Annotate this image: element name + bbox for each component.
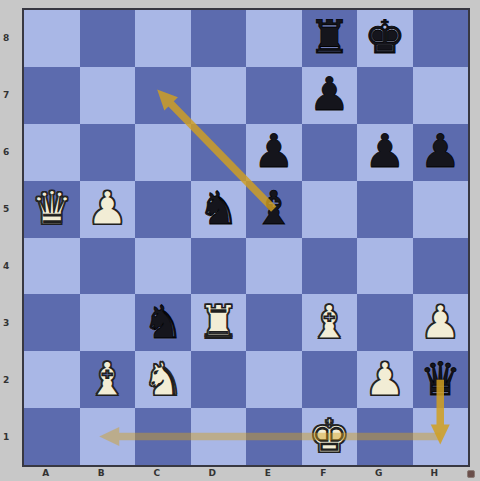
- square-c7[interactable]: [135, 67, 191, 124]
- rank-label-1: 1: [3, 432, 17, 442]
- square-e1[interactable]: [246, 408, 302, 465]
- square-b4[interactable]: [80, 238, 136, 295]
- piece-black-rook[interactable]: ♜: [309, 14, 350, 60]
- square-a8[interactable]: [24, 10, 80, 67]
- rank-label-8: 8: [3, 33, 17, 43]
- square-g7[interactable]: [357, 67, 413, 124]
- square-a2[interactable]: [24, 351, 80, 408]
- square-a7[interactable]: [24, 67, 80, 124]
- square-f2[interactable]: [302, 351, 358, 408]
- square-f4[interactable]: [302, 238, 358, 295]
- square-c3[interactable]: ♞: [135, 294, 191, 351]
- file-label-b: B: [98, 468, 105, 478]
- piece-white-bishop[interactable]: ♝: [309, 299, 350, 345]
- piece-white-rook[interactable]: ♜: [198, 299, 239, 345]
- rank-label-7: 7: [3, 90, 17, 100]
- square-c5[interactable]: [135, 181, 191, 238]
- square-g1[interactable]: [357, 408, 413, 465]
- square-h3[interactable]: ♟: [413, 294, 469, 351]
- piece-white-bishop[interactable]: ♝: [87, 356, 128, 402]
- square-g3[interactable]: [357, 294, 413, 351]
- board-border: ♜♚♟♟♟♟♛♟♞♝♞♜♝♟♝♞♟♛♚: [22, 8, 470, 467]
- piece-black-knight[interactable]: ♞: [142, 299, 183, 345]
- piece-black-pawn[interactable]: ♟: [420, 128, 461, 174]
- square-e6[interactable]: ♟: [246, 124, 302, 181]
- piece-black-knight[interactable]: ♞: [198, 185, 239, 231]
- piece-white-pawn[interactable]: ♟: [87, 185, 128, 231]
- square-d6[interactable]: [191, 124, 247, 181]
- square-d1[interactable]: [191, 408, 247, 465]
- rank-label-3: 3: [3, 318, 17, 328]
- square-b2[interactable]: ♝: [80, 351, 136, 408]
- square-h8[interactable]: [413, 10, 469, 67]
- corner-dot-icon: [467, 470, 475, 478]
- square-d7[interactable]: [191, 67, 247, 124]
- square-g6[interactable]: ♟: [357, 124, 413, 181]
- square-a5[interactable]: ♛: [24, 181, 80, 238]
- square-g2[interactable]: ♟: [357, 351, 413, 408]
- piece-black-pawn[interactable]: ♟: [364, 128, 405, 174]
- square-a4[interactable]: [24, 238, 80, 295]
- square-d3[interactable]: ♜: [191, 294, 247, 351]
- square-e2[interactable]: [246, 351, 302, 408]
- piece-black-pawn[interactable]: ♟: [309, 71, 350, 117]
- square-g4[interactable]: [357, 238, 413, 295]
- square-e5[interactable]: ♝: [246, 181, 302, 238]
- file-label-a: A: [42, 468, 49, 478]
- square-e8[interactable]: [246, 10, 302, 67]
- file-label-h: H: [430, 468, 438, 478]
- piece-black-bishop[interactable]: ♝: [253, 185, 294, 231]
- square-a6[interactable]: [24, 124, 80, 181]
- file-label-d: D: [209, 468, 216, 478]
- square-b5[interactable]: ♟: [80, 181, 136, 238]
- square-f5[interactable]: [302, 181, 358, 238]
- square-e3[interactable]: [246, 294, 302, 351]
- square-d8[interactable]: [191, 10, 247, 67]
- square-h1[interactable]: [413, 408, 469, 465]
- rank-label-2: 2: [3, 375, 17, 385]
- square-e4[interactable]: [246, 238, 302, 295]
- square-h5[interactable]: [413, 181, 469, 238]
- square-c6[interactable]: [135, 124, 191, 181]
- square-f8[interactable]: ♜: [302, 10, 358, 67]
- rank-label-4: 4: [3, 261, 17, 271]
- piece-black-king[interactable]: ♚: [364, 14, 405, 60]
- square-h7[interactable]: [413, 67, 469, 124]
- square-c8[interactable]: [135, 10, 191, 67]
- file-label-e: E: [265, 468, 271, 478]
- piece-white-pawn[interactable]: ♟: [420, 299, 461, 345]
- square-f1[interactable]: ♚: [302, 408, 358, 465]
- board: ♜♚♟♟♟♟♛♟♞♝♞♜♝♟♝♞♟♛♚: [24, 10, 468, 465]
- square-g5[interactable]: [357, 181, 413, 238]
- square-f6[interactable]: [302, 124, 358, 181]
- square-f7[interactable]: ♟: [302, 67, 358, 124]
- piece-white-pawn[interactable]: ♟: [364, 356, 405, 402]
- file-label-g: G: [375, 468, 382, 478]
- square-c4[interactable]: [135, 238, 191, 295]
- rank-label-6: 6: [3, 147, 17, 157]
- square-b6[interactable]: [80, 124, 136, 181]
- square-b8[interactable]: [80, 10, 136, 67]
- square-b1[interactable]: [80, 408, 136, 465]
- square-b3[interactable]: [80, 294, 136, 351]
- file-label-c: C: [153, 468, 160, 478]
- piece-white-queen[interactable]: ♛: [31, 185, 72, 231]
- square-h2[interactable]: ♛: [413, 351, 469, 408]
- piece-white-king[interactable]: ♚: [309, 413, 350, 459]
- square-e7[interactable]: [246, 67, 302, 124]
- square-c2[interactable]: ♞: [135, 351, 191, 408]
- square-g8[interactable]: ♚: [357, 10, 413, 67]
- chess-board-frame: ♜♚♟♟♟♟♛♟♞♝♞♜♝♟♝♞♟♛♚ 87654321 ABCDEFGH: [0, 0, 480, 481]
- piece-black-queen[interactable]: ♛: [420, 356, 461, 402]
- square-f3[interactable]: ♝: [302, 294, 358, 351]
- square-d4[interactable]: [191, 238, 247, 295]
- square-c1[interactable]: [135, 408, 191, 465]
- square-d5[interactable]: ♞: [191, 181, 247, 238]
- file-label-f: F: [320, 468, 326, 478]
- square-h4[interactable]: [413, 238, 469, 295]
- square-b7[interactable]: [80, 67, 136, 124]
- piece-black-pawn[interactable]: ♟: [253, 128, 294, 174]
- square-a3[interactable]: [24, 294, 80, 351]
- square-h6[interactable]: ♟: [413, 124, 469, 181]
- piece-white-knight[interactable]: ♞: [142, 356, 183, 402]
- square-a1[interactable]: [24, 408, 80, 465]
- rank-label-5: 5: [3, 204, 17, 214]
- square-d2[interactable]: [191, 351, 247, 408]
